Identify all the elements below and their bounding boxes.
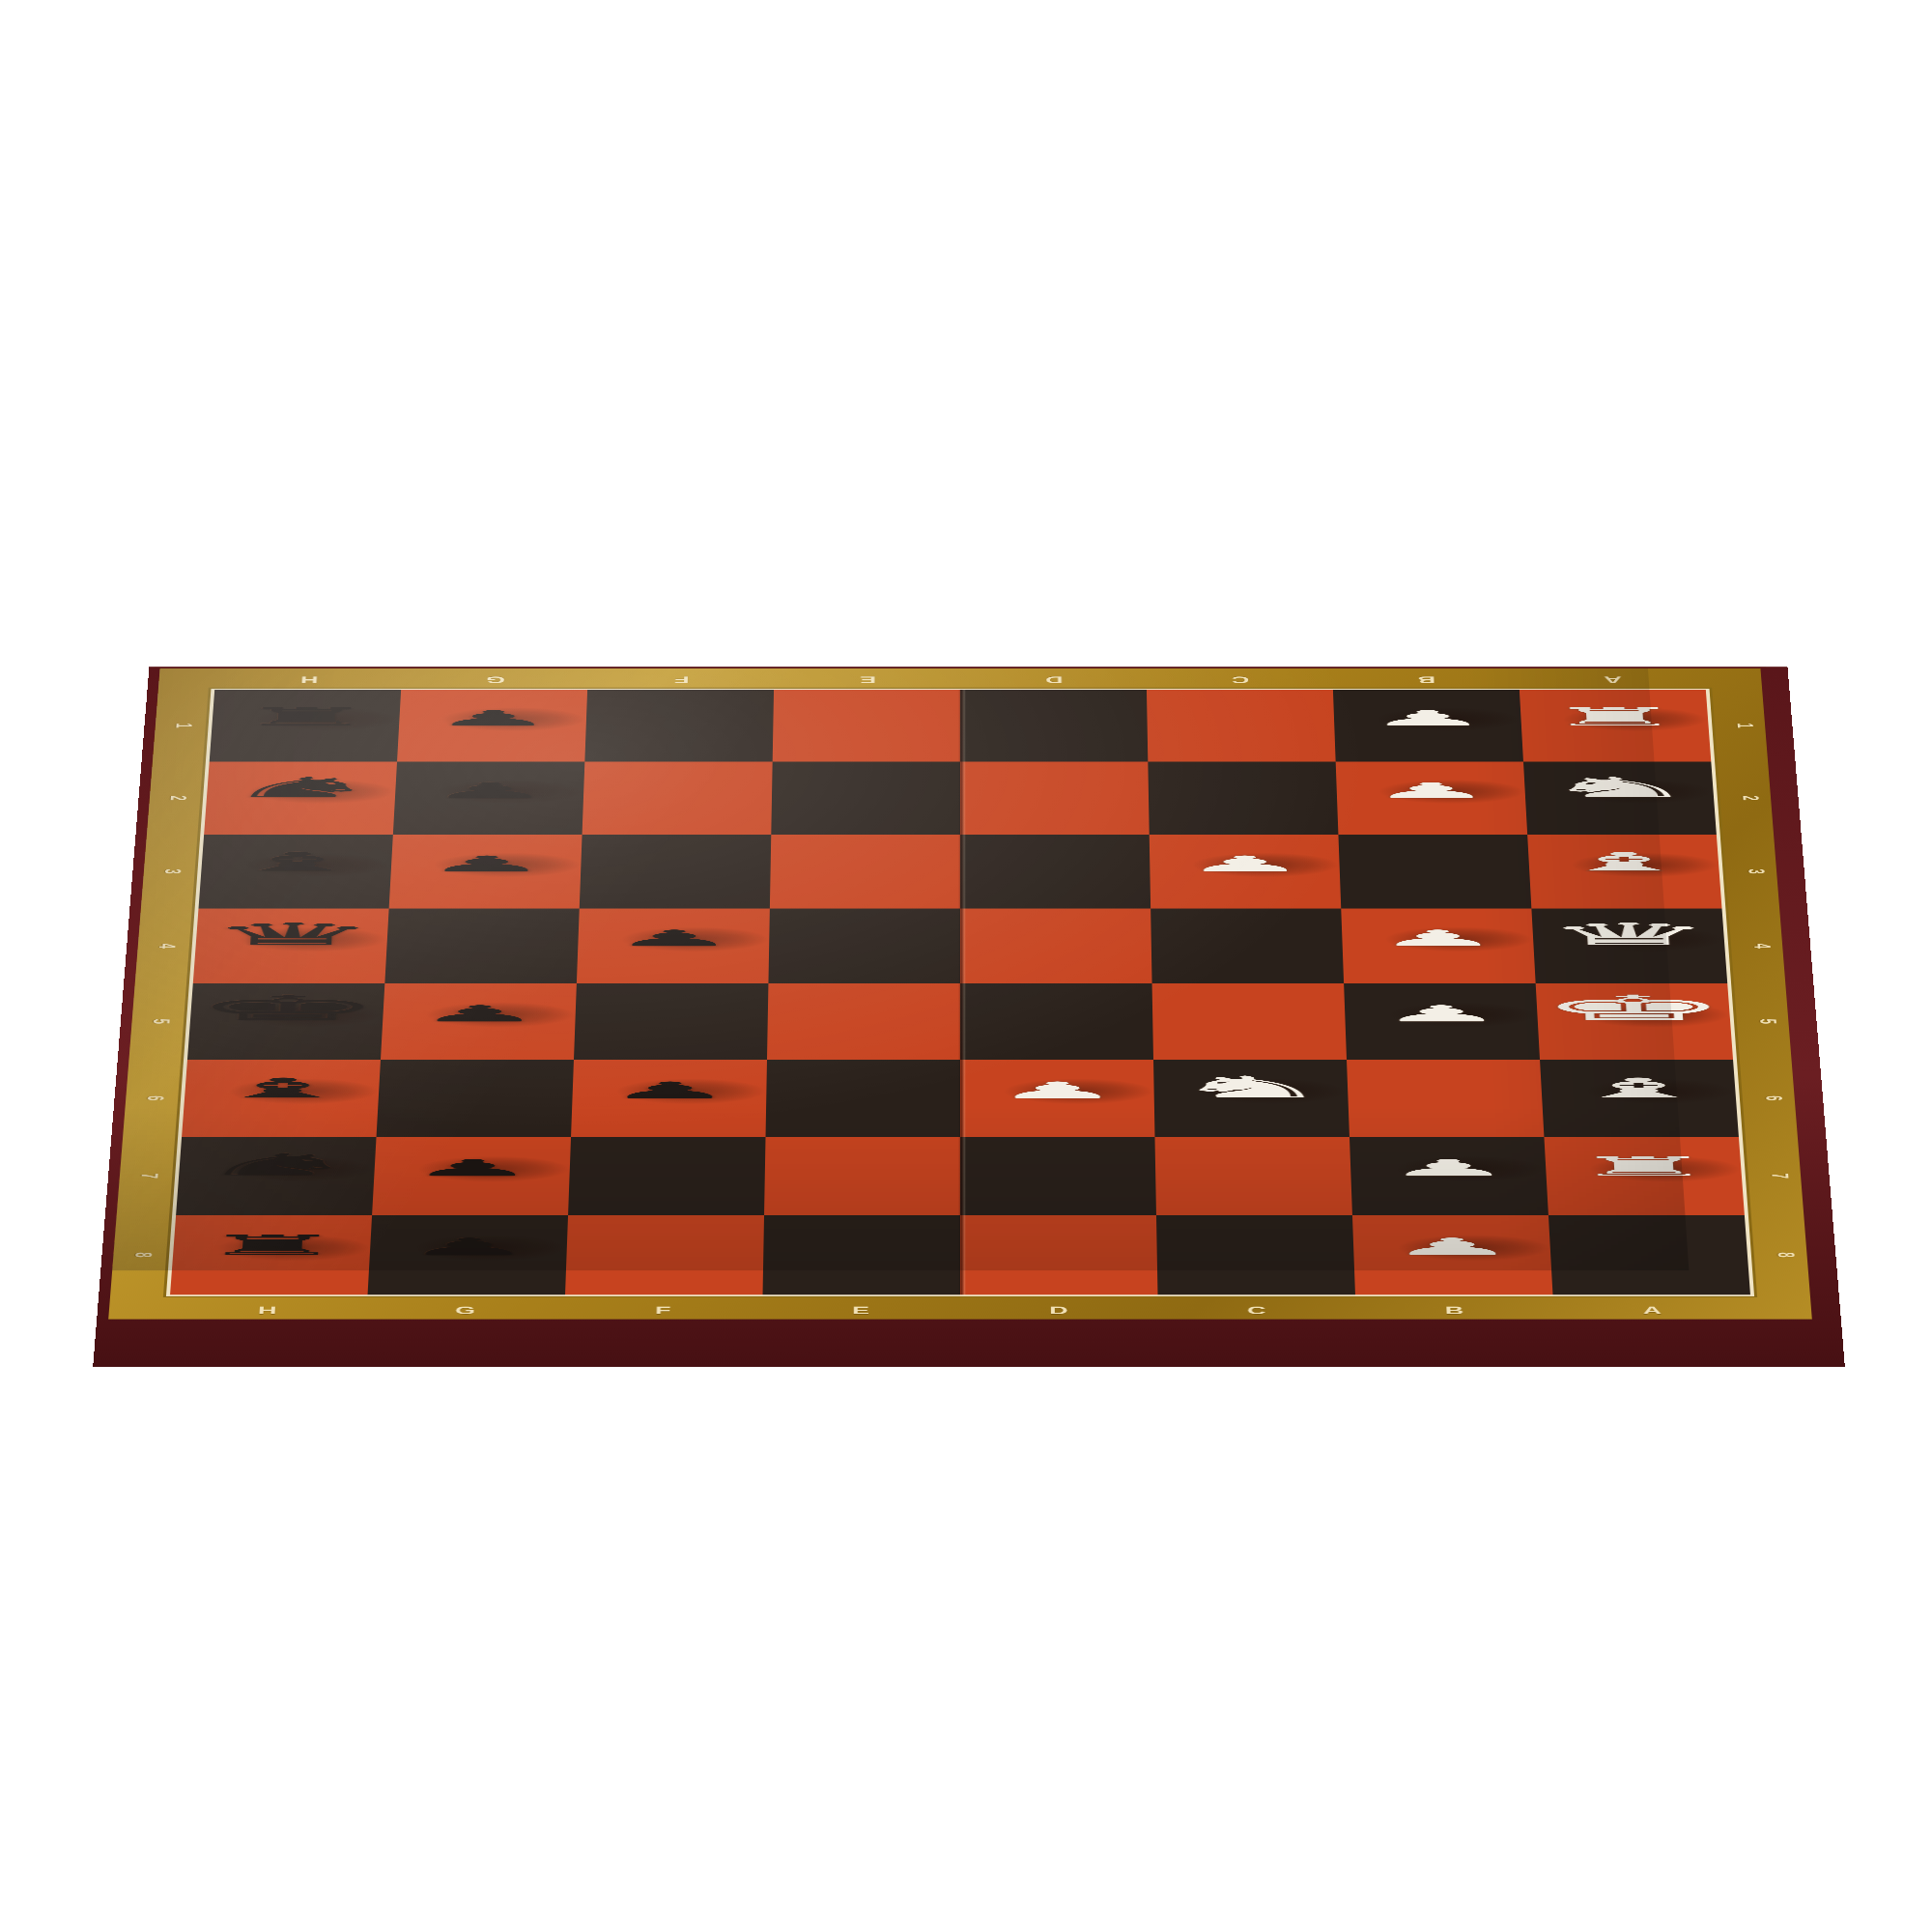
queen-glyph: ♛	[205, 920, 380, 949]
knight-glyph: ♞	[220, 775, 382, 802]
product-photo-chess-set: { "scene": { "description": "Overhead-an…	[0, 0, 1932, 1932]
bishop-glyph: ♝	[206, 1075, 358, 1101]
square-E1	[773, 690, 960, 761]
king-glyph: ♚	[189, 991, 384, 1024]
rook-glyph: ♜	[1544, 705, 1686, 728]
square-C1	[1147, 690, 1336, 761]
pawn-glyph: ♟	[1369, 781, 1493, 801]
knight-glyph: ♞	[1538, 775, 1699, 802]
pawn-glyph: ♟	[1383, 1157, 1513, 1179]
square-E6	[766, 1060, 960, 1137]
square-D4	[960, 909, 1152, 984]
square-B3	[1338, 835, 1531, 909]
square-D5	[960, 983, 1153, 1060]
square-C8	[1156, 1215, 1355, 1294]
pawn-glyph: ♟	[1366, 708, 1490, 728]
pawn-glyph: ♟	[408, 1157, 537, 1179]
square-E2	[771, 762, 960, 835]
pawn-glyph: ♟	[1182, 853, 1307, 874]
square-F7	[568, 1137, 765, 1215]
square-C7	[1154, 1137, 1351, 1215]
bishop-glyph: ♝	[1549, 849, 1698, 874]
pawn-glyph: ♟	[1375, 927, 1501, 949]
square-E5	[767, 983, 960, 1060]
pawn-glyph: ♟	[427, 781, 552, 801]
square-A8	[1548, 1215, 1750, 1294]
queen-glyph: ♛	[1541, 920, 1716, 949]
square-F8	[565, 1215, 764, 1294]
bishop-glyph: ♝	[1562, 1075, 1715, 1101]
pawn-glyph: ♟	[993, 1079, 1121, 1101]
square-F1	[584, 690, 774, 761]
pawn-glyph: ♟	[606, 1079, 733, 1101]
rook-glyph: ♜	[1569, 1153, 1718, 1179]
pawn-glyph: ♟	[1387, 1236, 1518, 1258]
rook-glyph: ♜	[197, 1233, 347, 1259]
rook-glyph: ♜	[235, 705, 377, 728]
king-glyph: ♚	[1536, 991, 1731, 1024]
pawn-glyph: ♟	[1378, 1003, 1505, 1024]
square-E3	[770, 835, 960, 909]
square-D1	[960, 690, 1148, 761]
square-D3	[960, 835, 1151, 909]
square-D7	[960, 1137, 1156, 1215]
square-E8	[763, 1215, 960, 1294]
square-C5	[1152, 983, 1347, 1060]
pawn-glyph: ♟	[415, 1003, 543, 1024]
square-F2	[582, 762, 773, 835]
pawn-glyph: ♟	[431, 708, 554, 728]
square-F5	[574, 983, 768, 1060]
knight-glyph: ♞	[1168, 1073, 1333, 1101]
square-D2	[960, 762, 1150, 835]
square-C4	[1151, 909, 1344, 984]
pawn-glyph: ♟	[611, 927, 736, 949]
square-G4	[384, 909, 579, 984]
square-C2	[1148, 762, 1338, 835]
pawn-glyph: ♟	[423, 853, 549, 874]
square-G6	[377, 1060, 574, 1137]
square-F3	[580, 835, 772, 909]
square-E4	[768, 909, 960, 984]
square-B6	[1347, 1060, 1544, 1137]
chess-board-squares: ♜♞♝♛♚♝♞♜♟♟♟♟♟♟♟♟♜♞♝♛♚♝♜♟♟♟♟♟♟♟♟♞	[170, 690, 1750, 1294]
square-D8	[960, 1215, 1157, 1294]
knight-glyph: ♞	[193, 1151, 360, 1179]
pawn-glyph: ♟	[404, 1236, 534, 1258]
square-E7	[764, 1137, 960, 1215]
bishop-glyph: ♝	[222, 849, 371, 874]
board-plate: ♜♞♝♛♚♝♞♜♟♟♟♟♟♟♟♟♜♞♝♛♚♝♜♟♟♟♟♟♟♟♟♞ HGFEDCB…	[102, 667, 1818, 1321]
